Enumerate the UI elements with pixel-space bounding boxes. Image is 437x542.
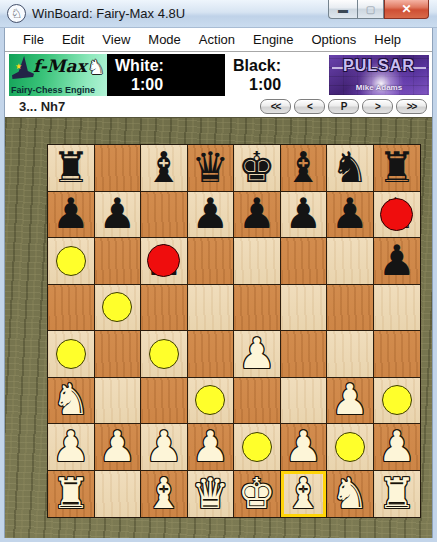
square-e4[interactable]: ♟	[234, 331, 281, 378]
title-bar[interactable]: ♘ WinBoard: Fairy-Max 4.8U ▬ ▢ ✕	[0, 0, 437, 28]
square-f2[interactable]: ♟	[281, 424, 328, 471]
white-king-e1[interactable]: ♚	[238, 473, 276, 515]
square-g8[interactable]: ♞	[327, 145, 374, 192]
white-pawn-f2[interactable]: ♟	[284, 426, 322, 468]
square-f3[interactable]	[281, 378, 328, 425]
nav-pause-button[interactable]: P	[328, 99, 359, 114]
square-c3[interactable]	[141, 378, 188, 425]
white-engine-subtitle: Fairy-Chess Engine	[9, 85, 107, 95]
white-rook-h1[interactable]: ♜	[378, 473, 416, 515]
square-h6[interactable]: ♟	[374, 238, 421, 285]
nav-forward-button[interactable]: >	[362, 99, 393, 114]
black-pawn-e7[interactable]: ♟	[238, 193, 276, 235]
yellow-move-dot-e2	[242, 432, 272, 462]
square-e3[interactable]	[234, 378, 281, 425]
white-knight-a3[interactable]: ♞	[52, 379, 90, 421]
black-clock-time: 1:00	[233, 75, 333, 94]
square-g6[interactable]	[327, 238, 374, 285]
black-pawn-b7[interactable]: ♟	[98, 193, 136, 235]
menu-help[interactable]: Help	[365, 29, 410, 50]
square-h3[interactable]	[374, 378, 421, 425]
square-e7[interactable]: ♟	[234, 192, 281, 239]
square-b5[interactable]	[95, 285, 142, 332]
black-bishop-f8[interactable]: ♝	[284, 147, 322, 189]
square-d1[interactable]: ♛	[188, 471, 235, 518]
black-king-e8[interactable]: ♚	[238, 147, 276, 189]
white-queen-d1[interactable]: ♛	[191, 473, 229, 515]
black-pawn-a7[interactable]: ♟	[52, 193, 90, 235]
square-g4[interactable]	[327, 331, 374, 378]
white-clock-label: White:	[115, 56, 225, 75]
chess-board: ♜♝♛♚♝♞♜♟♟♟♟♟♟♞♟♟♟♞♟♟♟♟♟♟♟♜♝♛♚♝♞♜	[47, 144, 421, 518]
square-b8[interactable]	[95, 145, 142, 192]
black-rook-h8[interactable]: ♜	[378, 147, 416, 189]
square-b3[interactable]	[95, 378, 142, 425]
square-d7[interactable]: ♟	[188, 192, 235, 239]
square-d5[interactable]	[188, 285, 235, 332]
square-f7[interactable]: ♟	[281, 192, 328, 239]
yellow-move-dot-d3	[195, 385, 225, 415]
menu-bar: File Edit View Mode Action Engine Option…	[5, 28, 432, 52]
star-icon: ★	[15, 63, 22, 71]
black-pawn-h6[interactable]: ♟	[378, 240, 416, 282]
square-h7[interactable]: ♞	[374, 192, 421, 239]
square-h5[interactable]	[374, 285, 421, 332]
square-f8[interactable]: ♝	[281, 145, 328, 192]
black-engine-name: PULSAR	[329, 57, 429, 75]
white-clock[interactable]: White: 1:00	[107, 54, 225, 96]
square-e8[interactable]: ♚	[234, 145, 281, 192]
yellow-move-dot-c4	[149, 339, 179, 369]
square-c4[interactable]	[141, 331, 188, 378]
knight-silhouette-icon: ♞	[87, 57, 105, 77]
yellow-move-dot-g2	[335, 432, 365, 462]
last-move-text: 3... Nh7	[19, 99, 65, 114]
menu-mode[interactable]: Mode	[139, 29, 190, 50]
menu-action[interactable]: Action	[190, 29, 244, 50]
black-queen-d8[interactable]: ♛	[191, 147, 229, 189]
square-c2[interactable]: ♟	[141, 424, 188, 471]
menu-options[interactable]: Options	[302, 29, 365, 50]
square-c7[interactable]	[141, 192, 188, 239]
square-g1[interactable]: ♞	[327, 471, 374, 518]
square-c8[interactable]: ♝	[141, 145, 188, 192]
black-knight-g8[interactable]: ♞	[331, 147, 369, 189]
menu-engine[interactable]: Engine	[244, 29, 302, 50]
square-h1[interactable]: ♜	[374, 471, 421, 518]
square-b2[interactable]: ♟	[95, 424, 142, 471]
square-d6[interactable]	[188, 238, 235, 285]
square-g7[interactable]: ♟	[327, 192, 374, 239]
clock-row: ★ f-Max ♞ Fairy-Chess Engine White: 1:00…	[5, 52, 432, 98]
white-pawn-d2[interactable]: ♟	[191, 426, 229, 468]
square-a6[interactable]	[48, 238, 95, 285]
square-f1[interactable]: ♝	[281, 471, 328, 518]
square-h8[interactable]: ♜	[374, 145, 421, 192]
white-pawn-e4[interactable]: ♟	[238, 333, 276, 375]
square-b4[interactable]	[95, 331, 142, 378]
black-clock[interactable]: Black: 1:00	[225, 54, 333, 96]
square-d4[interactable]	[188, 331, 235, 378]
white-pawn-a2[interactable]: ♟	[52, 426, 90, 468]
white-pawn-h2[interactable]: ♟	[378, 426, 416, 468]
square-g5[interactable]	[327, 285, 374, 332]
square-h2[interactable]: ♟	[374, 424, 421, 471]
white-clock-time: 1:00	[115, 75, 225, 94]
square-a1[interactable]: ♜	[48, 471, 95, 518]
white-engine-name: f-Max	[33, 56, 87, 76]
yellow-move-dot-b5	[102, 292, 132, 322]
square-a4[interactable]	[48, 331, 95, 378]
square-f4[interactable]	[281, 331, 328, 378]
black-engine-logo: PULSAR Mike Adams	[329, 55, 429, 95]
square-a5[interactable]	[48, 285, 95, 332]
square-f6[interactable]	[281, 238, 328, 285]
winboard-window: ♘ WinBoard: Fairy-Max 4.8U ▬ ▢ ✕ File Ed…	[0, 0, 437, 542]
black-engine-subtitle: Mike Adams	[329, 83, 429, 92]
square-e5[interactable]	[234, 285, 281, 332]
white-bishop-f1[interactable]: ♝	[284, 473, 322, 515]
nav-to-start-button[interactable]: <<	[260, 99, 291, 114]
black-pawn-g7[interactable]: ♟	[331, 193, 369, 235]
square-e6[interactable]	[234, 238, 281, 285]
white-pawn-g3[interactable]: ♟	[331, 379, 369, 421]
black-pawn-d7[interactable]: ♟	[191, 193, 229, 235]
white-pawn-c2[interactable]: ♟	[145, 426, 183, 468]
nav-to-end-button[interactable]: >>	[396, 99, 427, 114]
square-d2[interactable]: ♟	[188, 424, 235, 471]
square-c1[interactable]: ♝	[141, 471, 188, 518]
maximize-button[interactable]: ▢	[357, 0, 384, 19]
square-c5[interactable]	[141, 285, 188, 332]
square-b7[interactable]: ♟	[95, 192, 142, 239]
white-engine-logo: ★ f-Max ♞ Fairy-Chess Engine	[9, 54, 107, 96]
winboard-knight-icon: ♘	[7, 4, 26, 23]
nav-back-button[interactable]: <	[294, 99, 325, 114]
yellow-move-dot-h3	[382, 385, 412, 415]
square-e2[interactable]	[234, 424, 281, 471]
black-rook-a8[interactable]: ♜	[52, 147, 90, 189]
square-f5[interactable]	[281, 285, 328, 332]
square-d8[interactable]: ♛	[188, 145, 235, 192]
yellow-move-dot-a4	[56, 339, 86, 369]
square-a2[interactable]: ♟	[48, 424, 95, 471]
white-pawn-b2[interactable]: ♟	[98, 426, 136, 468]
square-a3[interactable]: ♞	[48, 378, 95, 425]
menu-file[interactable]: File	[14, 29, 53, 50]
square-a8[interactable]: ♜	[48, 145, 95, 192]
white-rook-a1[interactable]: ♜	[52, 473, 90, 515]
square-a7[interactable]: ♟	[48, 192, 95, 239]
square-d3[interactable]	[188, 378, 235, 425]
wooden-board-frame: ♜♝♛♚♝♞♜♟♟♟♟♟♟♞♟♟♟♞♟♟♟♟♟♟♟♜♝♛♚♝♞♜	[5, 117, 432, 538]
square-e1[interactable]: ♚	[234, 471, 281, 518]
window-title: WinBoard: Fairy-Max 4.8U	[32, 6, 185, 21]
minimize-button[interactable]: ▬	[328, 0, 357, 19]
square-b1[interactable]	[95, 471, 142, 518]
black-bishop-c8[interactable]: ♝	[145, 147, 183, 189]
window-content: File Edit View Mode Action Engine Option…	[4, 28, 433, 538]
square-h4[interactable]	[374, 331, 421, 378]
close-button[interactable]: ✕	[384, 0, 429, 19]
square-g3[interactable]: ♟	[327, 378, 374, 425]
black-pawn-f7[interactable]: ♟	[284, 193, 322, 235]
move-bar: 3... Nh7 << < P > >>	[5, 98, 432, 117]
black-clock-label: Black:	[233, 56, 333, 75]
menu-view[interactable]: View	[93, 29, 139, 50]
white-knight-g1[interactable]: ♞	[331, 473, 369, 515]
square-g2[interactable]	[327, 424, 374, 471]
square-b6[interactable]	[95, 238, 142, 285]
red-move-dot-h7	[380, 198, 413, 231]
menu-edit[interactable]: Edit	[53, 29, 93, 50]
white-bishop-c1[interactable]: ♝	[145, 473, 183, 515]
yellow-move-dot-a6	[56, 246, 86, 276]
square-c6[interactable]: ♟	[141, 238, 188, 285]
